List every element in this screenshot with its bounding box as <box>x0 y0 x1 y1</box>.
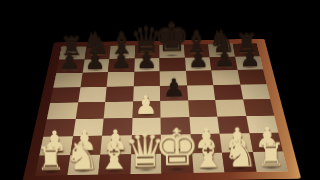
square-h5[interactable] <box>240 84 270 100</box>
square-g5[interactable] <box>213 84 242 100</box>
square-b5[interactable] <box>78 87 107 103</box>
square-a6[interactable] <box>53 73 82 88</box>
square-h1[interactable]: ♜ <box>252 151 287 172</box>
white-rook-h1[interactable]: ♜ <box>246 139 297 172</box>
square-a4[interactable] <box>47 102 78 119</box>
square-d7[interactable]: ♟ <box>134 58 160 72</box>
black-pawn-h7[interactable]: ♟ <box>229 46 271 70</box>
square-a5[interactable] <box>50 87 80 103</box>
square-g4[interactable] <box>215 100 246 117</box>
chess-game-screenshot: ♜♞♝♛♚♝♞♜♟♟♟♟♟♟♟♟♟♟♟♟♟♟♟♟♜♞♝♛♚♝♞♜ <box>0 0 320 180</box>
square-b4[interactable] <box>75 102 105 119</box>
square-h7[interactable]: ♟ <box>235 56 263 70</box>
chess-board: ♜♞♝♛♚♝♞♜♟♟♟♟♟♟♟♟♟♟♟♟♟♟♟♟♜♞♝♛♚♝♞♜ <box>35 43 287 175</box>
scene: ♜♞♝♛♚♝♞♜♟♟♟♟♟♟♟♟♟♟♟♟♟♟♟♟♜♞♝♛♚♝♞♜ <box>0 0 320 180</box>
square-d4[interactable]: ♟ <box>132 101 160 118</box>
square-g6[interactable] <box>211 70 239 85</box>
board-rim: ♜♞♝♛♚♝♞♜♟♟♟♟♟♟♟♟♟♟♟♟♟♟♟♟♜♞♝♛♚♝♞♜ <box>22 39 301 180</box>
white-pawn-d4[interactable]: ♟ <box>123 91 169 118</box>
square-c6[interactable] <box>107 72 134 87</box>
square-b6[interactable] <box>80 72 108 87</box>
square-h6[interactable] <box>237 70 266 85</box>
square-f4[interactable] <box>188 100 218 117</box>
square-h4[interactable] <box>243 99 274 116</box>
black-pawn-d7[interactable]: ♟ <box>126 48 168 72</box>
